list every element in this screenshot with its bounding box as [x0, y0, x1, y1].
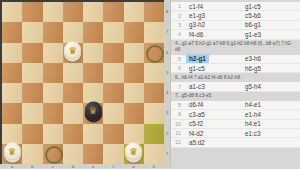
move-row-8: 8d6-f4h4-e1: [171, 101, 300, 110]
black-king-piece-e3[interactable]: ♛: [85, 102, 102, 119]
file-label-g: g: [124, 164, 144, 169]
square-b4[interactable]: [22, 83, 42, 103]
square-c3[interactable]: [43, 103, 63, 123]
square-b7[interactable]: [22, 22, 42, 42]
file-label-c: c: [43, 164, 63, 169]
king-crown-icon: ♛: [8, 142, 17, 159]
square-e2[interactable]: [83, 124, 103, 144]
square-g6[interactable]: [124, 43, 144, 63]
white-move-4[interactable]: f4-d6: [184, 31, 240, 38]
square-c8[interactable]: [43, 2, 63, 22]
square-h6[interactable]: [144, 43, 164, 63]
square-h4[interactable]: [144, 83, 164, 103]
white-move-11[interactable]: f4-d2: [184, 130, 240, 137]
square-e8[interactable]: [83, 2, 103, 22]
white-move-8[interactable]: d6-f4: [184, 101, 240, 108]
move-number: 5: [171, 56, 184, 62]
square-a6[interactable]: [2, 43, 22, 63]
square-g5[interactable]: [124, 63, 144, 83]
square-b2[interactable]: [22, 124, 42, 144]
white-king-piece-a1[interactable]: ♛: [4, 142, 21, 159]
square-e6[interactable]: [83, 43, 103, 63]
move-number: 3: [171, 22, 184, 28]
analysis-window: ♛♛♛♛ 87654321abcdefgh 1c1-f4g1-c52e1-g3c…: [0, 0, 300, 168]
square-g2[interactable]: [124, 124, 144, 144]
square-f8[interactable]: [103, 2, 123, 22]
square-g4[interactable]: [124, 83, 144, 103]
square-e5[interactable]: [83, 63, 103, 83]
square-c5[interactable]: [43, 63, 63, 83]
square-b3[interactable]: [22, 103, 42, 123]
file-label-b: b: [22, 164, 42, 169]
square-g7[interactable]: [124, 22, 144, 42]
black-move-8[interactable]: h4-e1: [240, 101, 300, 108]
black-move-10[interactable]: h4:e1: [240, 120, 300, 127]
square-f2[interactable]: [103, 124, 123, 144]
white-move-10[interactable]: c5-f2: [184, 120, 240, 127]
square-a3[interactable]: [2, 103, 22, 123]
square-a2[interactable]: [2, 124, 22, 144]
move-row-7: 7a1-c3g5-h4: [171, 82, 300, 91]
black-move-4[interactable]: g1-e3: [240, 31, 300, 38]
file-label-a: a: [2, 164, 22, 169]
square-f4[interactable]: [103, 83, 123, 103]
black-move-9[interactable]: e1-h4: [240, 111, 300, 118]
square-c6[interactable]: [43, 43, 63, 63]
square-d4[interactable]: [63, 83, 83, 103]
white-king-piece-g1[interactable]: ♛: [125, 142, 142, 159]
white-move-7[interactable]: a1-c3: [184, 83, 240, 90]
square-d5[interactable]: [63, 63, 83, 83]
white-move-1[interactable]: c1-f4: [184, 3, 240, 10]
square-d1[interactable]: [63, 144, 83, 164]
move-row-10: 10c5-f2h4:e1: [171, 120, 300, 129]
square-b8[interactable]: [22, 2, 42, 22]
square-f6[interactable]: [103, 43, 123, 63]
move-row-6: 6g1-c5h6-g5: [171, 64, 300, 73]
square-g8[interactable]: [124, 2, 144, 22]
black-move-5[interactable]: e3-h6: [240, 55, 300, 62]
square-b1[interactable]: [22, 144, 42, 164]
black-move-2[interactable]: c5-b6: [240, 12, 300, 19]
square-g1[interactable]: ♛: [124, 144, 144, 164]
move-number: 7: [171, 84, 184, 90]
variation-line[interactable]: 4...g1-a7 5.h2-g1 a7-b8 6.g1-h2 b8-h8 (6…: [171, 40, 300, 55]
square-b6[interactable]: [22, 43, 42, 63]
move-hint-circle-h6: [146, 45, 164, 63]
move-number: 6: [171, 65, 184, 71]
move-list-panel: 1c1-f4g1-c52e1-g3c5-b63g3-h2b6-g14f4-d6g…: [170, 0, 300, 168]
square-h8[interactable]: [144, 2, 164, 22]
square-d8[interactable]: [63, 2, 83, 22]
square-g3[interactable]: [124, 103, 144, 123]
file-label-d: d: [63, 164, 83, 169]
current-move-highlight[interactable]: h2-g1: [186, 54, 209, 63]
black-move-7[interactable]: g5-h4: [240, 83, 300, 90]
white-move-2[interactable]: e1-g3: [184, 12, 240, 19]
white-move-3[interactable]: g3-h2: [184, 21, 240, 28]
move-number: 4: [171, 31, 184, 37]
square-f1[interactable]: [103, 144, 123, 164]
square-a4[interactable]: [2, 83, 22, 103]
move-row-9: 9c3-a5e1-h4: [171, 110, 300, 119]
square-e3[interactable]: ♛: [83, 103, 103, 123]
king-crown-icon: ♛: [89, 102, 98, 119]
white-move-5[interactable]: h2-g1: [184, 55, 240, 62]
move-row-12: 12a5:d2: [171, 138, 300, 147]
file-label-f: f: [103, 164, 123, 169]
black-move-6[interactable]: h6-g5: [240, 65, 300, 72]
move-number: 9: [171, 111, 184, 117]
board-squares: ♛♛♛♛: [2, 2, 164, 164]
white-move-6[interactable]: g1-c5: [184, 65, 240, 72]
move-number: 10: [171, 121, 184, 127]
square-h3[interactable]: [144, 103, 164, 123]
square-h5[interactable]: [144, 63, 164, 83]
square-d6[interactable]: ♛: [63, 43, 83, 63]
king-crown-icon: ♛: [129, 142, 138, 159]
move-number: 8: [171, 102, 184, 108]
square-e1[interactable]: [83, 144, 103, 164]
square-h1[interactable]: [144, 144, 164, 164]
file-label-h: h: [144, 164, 164, 169]
square-e4[interactable]: [83, 83, 103, 103]
square-f7[interactable]: [103, 22, 123, 42]
black-move-11[interactable]: e1:c3: [240, 130, 300, 137]
square-c7[interactable]: [43, 22, 63, 42]
square-b5[interactable]: [22, 63, 42, 83]
white-king-piece-d6[interactable]: ♛: [64, 41, 81, 58]
move-number: 11: [171, 130, 184, 136]
square-a7[interactable]: [2, 22, 22, 42]
square-d7[interactable]: [63, 22, 83, 42]
move-row-2: 2e1-g3c5-b6: [171, 11, 300, 20]
move-row-4: 4f4-d6g1-e3: [171, 30, 300, 39]
square-f3[interactable]: [103, 103, 123, 123]
square-a5[interactable]: [2, 63, 22, 83]
variation-line[interactable]: 6...h6-f4 7.a1-b2 f4-d6 8.b2-h8: [171, 73, 300, 82]
move-hint-circle-c1: [45, 146, 63, 164]
move-number: 12: [171, 139, 184, 145]
king-crown-icon: ♛: [69, 41, 78, 58]
square-e7[interactable]: [83, 22, 103, 42]
square-c2[interactable]: [43, 124, 63, 144]
square-a8[interactable]: [2, 2, 22, 22]
variation-line[interactable]: 7...g5-d8 8.c3-e5: [171, 92, 300, 101]
square-c4[interactable]: [43, 83, 63, 103]
move-number: 2: [171, 13, 184, 19]
move-row-11: 11f4-d2e1:c3: [171, 129, 300, 138]
white-move-9[interactable]: c3-a5: [184, 111, 240, 118]
move-row-3: 3g3-h2b6-g1: [171, 21, 300, 30]
square-d3[interactable]: [63, 103, 83, 123]
square-c1[interactable]: [43, 144, 63, 164]
square-a1[interactable]: ♛: [2, 144, 22, 164]
move-row-5: 5h2-g1e3-h6: [171, 55, 300, 64]
white-move-12[interactable]: a5:d2: [184, 139, 240, 146]
black-move-1[interactable]: g1-c5: [240, 3, 300, 10]
file-label-e: e: [83, 164, 103, 169]
square-h2[interactable]: [144, 124, 164, 144]
move-number: 1: [171, 3, 184, 9]
move-list: 1c1-f4g1-c52e1-g3c5-b63g3-h2b6-g14f4-d6g…: [171, 2, 300, 148]
square-f5[interactable]: [103, 63, 123, 83]
move-row-1: 1c1-f4g1-c5: [171, 2, 300, 11]
square-h7[interactable]: [144, 22, 164, 42]
square-d2[interactable]: [63, 124, 83, 144]
black-move-3[interactable]: b6-g1: [240, 21, 300, 28]
checkers-board: ♛♛♛♛ 87654321abcdefgh: [0, 0, 170, 168]
